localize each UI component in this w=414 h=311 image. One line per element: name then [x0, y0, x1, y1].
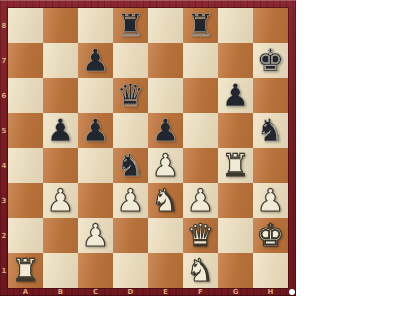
- piece-black-knight[interactable]: ♞: [117, 148, 145, 183]
- piece-white-king[interactable]: ♚: [257, 218, 285, 253]
- square-h1[interactable]: [253, 253, 288, 288]
- file-label-b: B: [58, 288, 63, 296]
- square-c4[interactable]: [78, 148, 113, 183]
- file-label-a: A: [23, 288, 28, 296]
- square-a2[interactable]: [8, 218, 43, 253]
- square-f1[interactable]: ♞: [183, 253, 218, 288]
- piece-black-rook[interactable]: ♜: [117, 8, 145, 43]
- square-d5[interactable]: [113, 113, 148, 148]
- white-to-move-indicator: [289, 289, 295, 295]
- square-b7[interactable]: [43, 43, 78, 78]
- square-d6[interactable]: ♛: [113, 78, 148, 113]
- square-b8[interactable]: [43, 8, 78, 43]
- square-f6[interactable]: [183, 78, 218, 113]
- rank-label-4: 4: [2, 162, 7, 170]
- square-g8[interactable]: [218, 8, 253, 43]
- square-d1[interactable]: [113, 253, 148, 288]
- rank-label-1: 1: [2, 267, 7, 275]
- square-h3[interactable]: ♟: [253, 183, 288, 218]
- square-h4[interactable]: [253, 148, 288, 183]
- piece-black-queen[interactable]: ♛: [117, 78, 145, 113]
- file-label-h: H: [268, 288, 274, 296]
- square-e3[interactable]: ♞: [148, 183, 183, 218]
- square-b4[interactable]: [43, 148, 78, 183]
- square-b6[interactable]: [43, 78, 78, 113]
- piece-black-rook[interactable]: ♜: [187, 8, 215, 43]
- piece-white-pawn[interactable]: ♟: [152, 148, 180, 183]
- rank-label-7: 7: [2, 57, 7, 65]
- piece-black-pawn[interactable]: ♟: [82, 43, 110, 78]
- square-c2[interactable]: ♟: [78, 218, 113, 253]
- square-g4[interactable]: ♜: [218, 148, 253, 183]
- square-h5[interactable]: ♞: [253, 113, 288, 148]
- square-a6[interactable]: [8, 78, 43, 113]
- square-e1[interactable]: [148, 253, 183, 288]
- file-label-g: G: [233, 288, 239, 296]
- piece-black-pawn[interactable]: ♟: [82, 113, 110, 148]
- piece-white-knight[interactable]: ♞: [187, 253, 215, 288]
- piece-white-knight[interactable]: ♞: [152, 183, 180, 218]
- square-a7[interactable]: [8, 43, 43, 78]
- square-g7[interactable]: [218, 43, 253, 78]
- square-d8[interactable]: ♜: [113, 8, 148, 43]
- square-e6[interactable]: [148, 78, 183, 113]
- square-f8[interactable]: ♜: [183, 8, 218, 43]
- square-g3[interactable]: [218, 183, 253, 218]
- piece-white-rook[interactable]: ♜: [222, 148, 250, 183]
- file-label-d: D: [128, 288, 134, 296]
- square-g2[interactable]: [218, 218, 253, 253]
- rank-label-5: 5: [2, 127, 7, 135]
- square-f4[interactable]: [183, 148, 218, 183]
- square-c3[interactable]: [78, 183, 113, 218]
- piece-black-pawn[interactable]: ♟: [222, 78, 250, 113]
- square-d4[interactable]: ♞: [113, 148, 148, 183]
- piece-white-pawn[interactable]: ♟: [117, 183, 145, 218]
- piece-white-rook[interactable]: ♜: [12, 253, 40, 288]
- square-b1[interactable]: [43, 253, 78, 288]
- square-g1[interactable]: [218, 253, 253, 288]
- rank-label-3: 3: [2, 197, 7, 205]
- square-a5[interactable]: [8, 113, 43, 148]
- piece-white-pawn[interactable]: ♟: [257, 183, 285, 218]
- square-a8[interactable]: [8, 8, 43, 43]
- square-b2[interactable]: [43, 218, 78, 253]
- square-a4[interactable]: [8, 148, 43, 183]
- square-f5[interactable]: [183, 113, 218, 148]
- piece-white-queen[interactable]: ♛: [187, 218, 215, 253]
- file-label-f: F: [198, 288, 203, 296]
- square-d2[interactable]: [113, 218, 148, 253]
- square-h2[interactable]: ♚: [253, 218, 288, 253]
- square-e5[interactable]: ♟: [148, 113, 183, 148]
- square-f7[interactable]: [183, 43, 218, 78]
- square-d7[interactable]: [113, 43, 148, 78]
- piece-white-pawn[interactable]: ♟: [47, 183, 75, 218]
- file-label-e: E: [163, 288, 168, 296]
- square-e4[interactable]: ♟: [148, 148, 183, 183]
- square-c8[interactable]: [78, 8, 113, 43]
- square-e8[interactable]: [148, 8, 183, 43]
- piece-white-pawn[interactable]: ♟: [82, 218, 110, 253]
- rank-label-2: 2: [2, 232, 7, 240]
- square-b5[interactable]: ♟: [43, 113, 78, 148]
- chess-board: ♜♜♟♚♛♟♟♟♟♞♞♟♜♟♟♞♟♟♟♛♚♜♞: [8, 8, 288, 288]
- square-e7[interactable]: [148, 43, 183, 78]
- rank-label-8: 8: [2, 22, 7, 30]
- square-g5[interactable]: [218, 113, 253, 148]
- square-c1[interactable]: [78, 253, 113, 288]
- file-label-c: C: [93, 288, 98, 296]
- chess-board-frame: ♜♜♟♚♛♟♟♟♟♞♞♟♜♟♟♞♟♟♟♛♚♜♞ 87654321ABCDEFGH: [0, 0, 296, 296]
- square-c5[interactable]: ♟: [78, 113, 113, 148]
- square-h8[interactable]: [253, 8, 288, 43]
- piece-black-knight[interactable]: ♞: [257, 113, 285, 148]
- piece-black-king[interactable]: ♚: [257, 43, 285, 78]
- rank-label-6: 6: [2, 92, 7, 100]
- square-e2[interactable]: [148, 218, 183, 253]
- square-h7[interactable]: ♚: [253, 43, 288, 78]
- square-a1[interactable]: ♜: [8, 253, 43, 288]
- piece-black-pawn[interactable]: ♟: [152, 113, 180, 148]
- square-c6[interactable]: [78, 78, 113, 113]
- square-f2[interactable]: ♛: [183, 218, 218, 253]
- piece-black-pawn[interactable]: ♟: [47, 113, 75, 148]
- piece-white-pawn[interactable]: ♟: [187, 183, 215, 218]
- square-a3[interactable]: [8, 183, 43, 218]
- square-h6[interactable]: [253, 78, 288, 113]
- square-c7[interactable]: ♟: [78, 43, 113, 78]
- square-f3[interactable]: ♟: [183, 183, 218, 218]
- square-b3[interactable]: ♟: [43, 183, 78, 218]
- square-d3[interactable]: ♟: [113, 183, 148, 218]
- square-g6[interactable]: ♟: [218, 78, 253, 113]
